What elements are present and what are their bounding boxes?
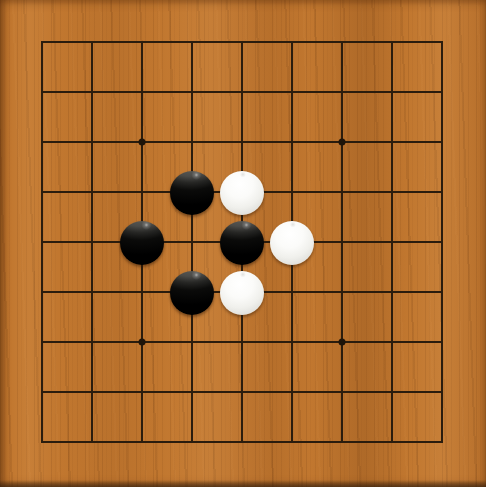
board-point-J3[interactable] <box>417 317 467 367</box>
board-point-D7[interactable] <box>167 117 217 167</box>
board-point-E2[interactable] <box>217 367 267 417</box>
black-stone <box>170 171 214 215</box>
board-point-C4[interactable] <box>117 267 167 317</box>
board-point-C7[interactable] <box>117 117 167 167</box>
white-stone <box>270 221 314 265</box>
board-point-F5[interactable] <box>267 217 317 267</box>
board-point-D9[interactable] <box>167 17 217 67</box>
board-point-H2[interactable] <box>367 367 417 417</box>
board-point-J5[interactable] <box>417 217 467 267</box>
board-point-A1[interactable] <box>17 417 67 467</box>
board-point-J4[interactable] <box>417 267 467 317</box>
board-point-C2[interactable] <box>117 367 167 417</box>
board-point-B1[interactable] <box>67 417 117 467</box>
board-point-E3[interactable] <box>217 317 267 367</box>
board-point-H1[interactable] <box>367 417 417 467</box>
board-point-F3[interactable] <box>267 317 317 367</box>
board-point-A2[interactable] <box>17 367 67 417</box>
black-stone <box>120 221 164 265</box>
board-point-C1[interactable] <box>117 417 167 467</box>
board-point-D1[interactable] <box>167 417 217 467</box>
board-point-J2[interactable] <box>417 367 467 417</box>
board-point-G6[interactable] <box>317 167 367 217</box>
board-point-J6[interactable] <box>417 167 467 217</box>
board-point-H9[interactable] <box>367 17 417 67</box>
board-point-J8[interactable] <box>417 67 467 117</box>
board-point-F7[interactable] <box>267 117 317 167</box>
board-point-H3[interactable] <box>367 317 417 367</box>
board-point-G4[interactable] <box>317 267 367 317</box>
white-stone <box>220 171 264 215</box>
board-point-D3[interactable] <box>167 317 217 367</box>
board-point-A8[interactable] <box>17 67 67 117</box>
board-point-G8[interactable] <box>317 67 367 117</box>
go-board <box>0 0 486 487</box>
board-point-B3[interactable] <box>67 317 117 367</box>
board-point-A3[interactable] <box>17 317 67 367</box>
board-point-E8[interactable] <box>217 67 267 117</box>
board-point-E6[interactable] <box>217 167 267 217</box>
board-point-B5[interactable] <box>67 217 117 267</box>
board-point-D6[interactable] <box>167 167 217 217</box>
board-point-J1[interactable] <box>417 417 467 467</box>
board-point-G9[interactable] <box>317 17 367 67</box>
board-point-C5[interactable] <box>117 217 167 267</box>
board-point-E7[interactable] <box>217 117 267 167</box>
board-point-F4[interactable] <box>267 267 317 317</box>
board-point-J9[interactable] <box>417 17 467 67</box>
white-stone <box>220 271 264 315</box>
board-point-C3[interactable] <box>117 317 167 367</box>
board-point-B2[interactable] <box>67 367 117 417</box>
board-point-F9[interactable] <box>267 17 317 67</box>
board-point-E4[interactable] <box>217 267 267 317</box>
black-stone <box>170 271 214 315</box>
board-point-H7[interactable] <box>367 117 417 167</box>
board-point-H5[interactable] <box>367 217 417 267</box>
board-point-H4[interactable] <box>367 267 417 317</box>
board-point-D2[interactable] <box>167 367 217 417</box>
board-point-E9[interactable] <box>217 17 267 67</box>
black-stone <box>220 221 264 265</box>
board-point-A9[interactable] <box>17 17 67 67</box>
board-point-B8[interactable] <box>67 67 117 117</box>
board-point-C6[interactable] <box>117 167 167 217</box>
board-point-B6[interactable] <box>67 167 117 217</box>
board-point-G1[interactable] <box>317 417 367 467</box>
board-point-H6[interactable] <box>367 167 417 217</box>
board-point-F8[interactable] <box>267 67 317 117</box>
board-point-A7[interactable] <box>17 117 67 167</box>
board-point-B4[interactable] <box>67 267 117 317</box>
board-point-E5[interactable] <box>217 217 267 267</box>
board-point-A4[interactable] <box>17 267 67 317</box>
board-point-G7[interactable] <box>317 117 367 167</box>
board-point-G3[interactable] <box>317 317 367 367</box>
board-point-F6[interactable] <box>267 167 317 217</box>
board-point-A6[interactable] <box>17 167 67 217</box>
board-point-F1[interactable] <box>267 417 317 467</box>
board-point-G5[interactable] <box>317 217 367 267</box>
board-point-D8[interactable] <box>167 67 217 117</box>
board-point-H8[interactable] <box>367 67 417 117</box>
board-point-D4[interactable] <box>167 267 217 317</box>
board-point-J7[interactable] <box>417 117 467 167</box>
board-point-C8[interactable] <box>117 67 167 117</box>
board-bottom-edge <box>0 480 486 487</box>
board-point-B7[interactable] <box>67 117 117 167</box>
board-point-B9[interactable] <box>67 17 117 67</box>
board-point-D5[interactable] <box>167 217 217 267</box>
board-points <box>17 17 467 467</box>
board-point-C9[interactable] <box>117 17 167 67</box>
board-point-E1[interactable] <box>217 417 267 467</box>
board-point-G2[interactable] <box>317 367 367 417</box>
board-point-A5[interactable] <box>17 217 67 267</box>
board-point-F2[interactable] <box>267 367 317 417</box>
